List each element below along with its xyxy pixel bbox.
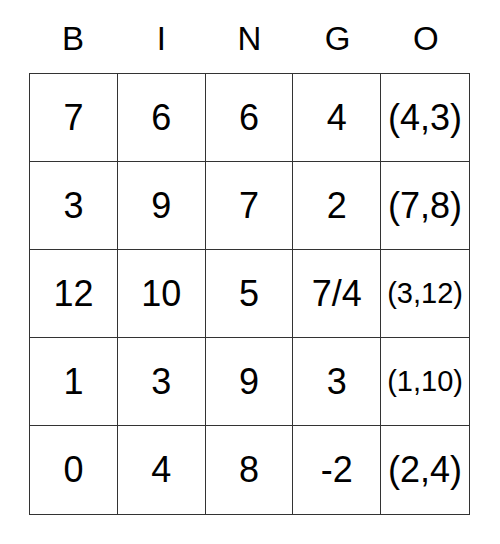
header-letter-g: G xyxy=(294,22,382,73)
cell-r3-c2[interactable]: 9 xyxy=(206,338,294,426)
cell-r4-c0[interactable]: 0 xyxy=(30,426,118,514)
header-letter-n: N xyxy=(205,22,293,73)
cell-r3-c0[interactable]: 1 xyxy=(30,338,118,426)
cell-r0-c0[interactable]: 7 xyxy=(30,74,118,162)
cell-r3-c4[interactable]: (1,10) xyxy=(381,338,469,426)
cell-r0-c3[interactable]: 4 xyxy=(293,74,381,162)
cell-r1-c0[interactable]: 3 xyxy=(30,162,118,250)
cell-r2-c2[interactable]: 5 xyxy=(206,250,294,338)
cell-r4-c3[interactable]: -2 xyxy=(293,426,381,514)
header-letter-b: B xyxy=(29,22,117,73)
cell-r2-c0[interactable]: 12 xyxy=(30,250,118,338)
cell-r0-c4[interactable]: (4,3) xyxy=(381,74,469,162)
cell-r2-c1[interactable]: 10 xyxy=(118,250,206,338)
cell-r3-c3[interactable]: 3 xyxy=(293,338,381,426)
cell-r1-c4[interactable]: (7,8) xyxy=(381,162,469,250)
bingo-card: B I N G O 7 6 6 4 (4,3) 3 9 7 2 (7,8) 12… xyxy=(29,0,470,515)
header-letter-i: I xyxy=(117,22,205,73)
cell-r1-c3[interactable]: 2 xyxy=(293,162,381,250)
cell-r1-c2[interactable]: 7 xyxy=(206,162,294,250)
cell-r4-c1[interactable]: 4 xyxy=(118,426,206,514)
header-letter-o: O xyxy=(382,22,470,73)
cell-r0-c2[interactable]: 6 xyxy=(206,74,294,162)
bingo-header: B I N G O xyxy=(29,0,470,73)
cell-r3-c1[interactable]: 3 xyxy=(118,338,206,426)
cell-r2-c3[interactable]: 7/4 xyxy=(293,250,381,338)
bingo-grid: 7 6 6 4 (4,3) 3 9 7 2 (7,8) 12 10 5 7/4 … xyxy=(29,73,470,515)
cell-r4-c4[interactable]: (2,4) xyxy=(381,426,469,514)
cell-r2-c4[interactable]: (3,12) xyxy=(381,250,469,338)
cell-r4-c2[interactable]: 8 xyxy=(206,426,294,514)
cell-r0-c1[interactable]: 6 xyxy=(118,74,206,162)
cell-r1-c1[interactable]: 9 xyxy=(118,162,206,250)
